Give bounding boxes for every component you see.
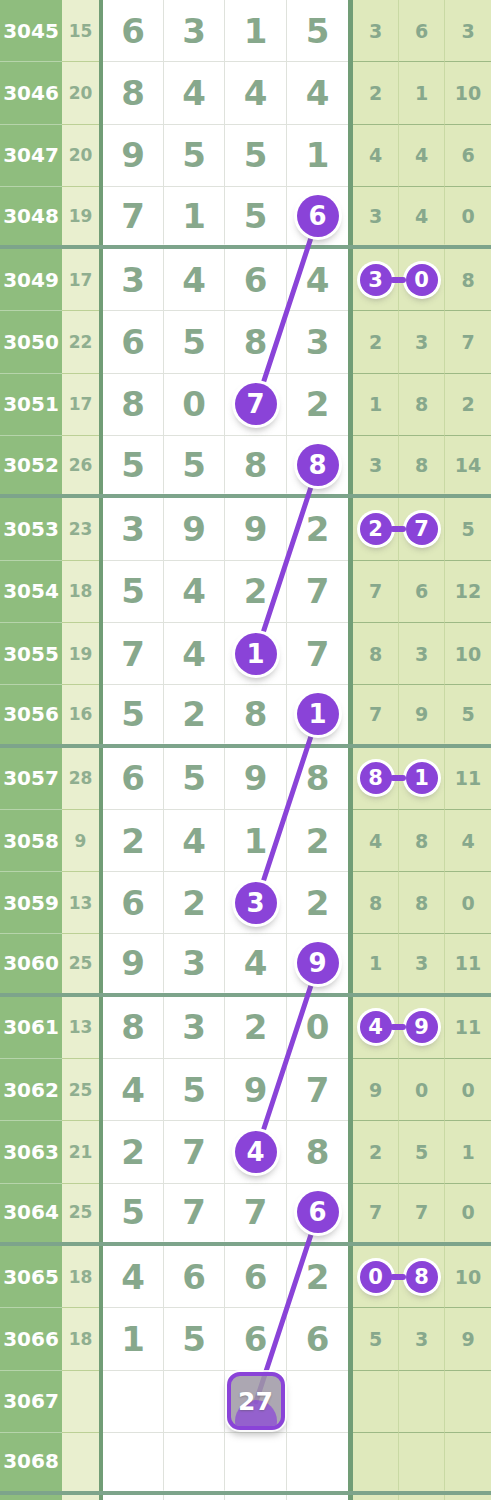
digit-cell: 9 — [225, 1059, 287, 1121]
period-cell — [0, 1495, 62, 1500]
highlight-circle: 9 — [297, 942, 339, 984]
digit-cell: 9 — [287, 934, 348, 992]
digit-cell: 2 — [164, 685, 225, 743]
table-row: 30602593491311 — [0, 934, 491, 996]
stat-cell: 5 — [445, 685, 491, 743]
stat-cell: 0 — [445, 187, 491, 245]
sum-cell — [62, 1433, 99, 1491]
table-row: 3050226583237 — [0, 311, 491, 373]
pair-circle: 0 — [406, 264, 438, 296]
digit-cell: 3 — [287, 311, 348, 373]
digit-cell: 2 — [287, 374, 348, 436]
table-row: 305892412484 — [0, 810, 491, 872]
table-row: 3049173464308 — [0, 249, 491, 311]
stat-cell: 4 — [399, 125, 445, 187]
digit-cell: 4 — [225, 1121, 287, 1183]
stat-cell: 8 — [399, 374, 445, 436]
table-row: 3053233992275 — [0, 498, 491, 560]
stat-cell: 8 — [353, 623, 399, 685]
period-cell: 3051 — [0, 374, 62, 436]
stat-cell: 11 — [445, 997, 491, 1059]
table-row: 3066181566539 — [0, 1308, 491, 1370]
table-row: 3048197156340 — [0, 187, 491, 249]
digit-cell: 9 — [225, 498, 287, 560]
stat-cell: 9 — [445, 1308, 491, 1370]
digit-cell: 7 — [225, 374, 287, 436]
digit-cell: 6 — [225, 1246, 287, 1308]
period-cell: 3048 — [0, 187, 62, 245]
pair-circle: 8 — [406, 1261, 438, 1293]
stat-cell: 11 — [445, 748, 491, 810]
sum-cell: 21 — [62, 1121, 99, 1183]
period-cell: 3055 — [0, 623, 62, 685]
period-cell: 3064 — [0, 1184, 62, 1242]
digit-cell: 4 — [287, 249, 348, 311]
digit-cell: 1 — [103, 1308, 164, 1370]
stat-cell: 14 — [445, 436, 491, 494]
pair-circle: 0 — [360, 1261, 392, 1293]
stat-cell: 7 — [399, 1184, 445, 1242]
digit-cell: 2 — [103, 1121, 164, 1183]
stat-cell: 4 — [353, 997, 399, 1059]
highlight-circle: 6 — [297, 195, 339, 237]
digit-cell: 8 — [287, 748, 348, 810]
digit-cell: 8 — [225, 685, 287, 743]
stat-cell: 7 — [445, 311, 491, 373]
highlight-circle: 6 — [297, 1191, 339, 1233]
sum-cell: 28 — [62, 748, 99, 810]
period-cell: 3050 — [0, 311, 62, 373]
stat-cell: 0 — [353, 1246, 399, 1308]
stat-cell: 8 — [399, 810, 445, 872]
stat-cell: 10 — [445, 62, 491, 124]
digit-cell: 6 — [287, 1184, 348, 1242]
digit-cell: 6 — [103, 748, 164, 810]
digit-cell: 27 — [225, 1371, 287, 1433]
digit-cell: 2 — [287, 1246, 348, 1308]
stat-cell: 8 — [353, 872, 399, 934]
digit-cell: 5 — [164, 311, 225, 373]
period-cell: 3045 — [0, 0, 62, 62]
stat-cell — [445, 1495, 491, 1500]
table-row: 30522655883814 — [0, 436, 491, 498]
digit-cell: 3 — [164, 934, 225, 992]
stat-cell: 4 — [353, 810, 399, 872]
digit-cell: 3 — [103, 249, 164, 311]
stat-cell: 2 — [353, 62, 399, 124]
digit-cell: 6 — [103, 0, 164, 62]
sum-cell: 15 — [62, 0, 99, 62]
pair-circle: 7 — [406, 513, 438, 545]
digit-cell: 8 — [103, 62, 164, 124]
digit-cell: 5 — [287, 0, 348, 62]
stat-cell: 3 — [353, 187, 399, 245]
digit-cell — [164, 1433, 225, 1491]
digit-cell: 9 — [103, 125, 164, 187]
table-row: 3051178072182 — [0, 374, 491, 436]
period-cell: 3060 — [0, 934, 62, 992]
pair-circle: 2 — [360, 513, 392, 545]
period-cell: 3068 — [0, 1433, 62, 1491]
digit-cell — [103, 1495, 164, 1500]
digit-cell: 0 — [287, 997, 348, 1059]
stat-cell: 0 — [445, 1059, 491, 1121]
digit-cell: 3 — [225, 872, 287, 934]
period-cell: 3052 — [0, 436, 62, 494]
period-cell: 3053 — [0, 498, 62, 560]
digit-cell: 2 — [287, 872, 348, 934]
digit-cell: 6 — [103, 872, 164, 934]
digit-cell: 1 — [225, 810, 287, 872]
digit-cell: 4 — [225, 934, 287, 992]
table-row: 3068 — [0, 1433, 491, 1495]
stat-cell: 0 — [399, 1059, 445, 1121]
digit-cell: 4 — [287, 62, 348, 124]
table-row: 30541854277612 — [0, 561, 491, 623]
stat-cell: 3 — [353, 0, 399, 62]
sum-cell: 17 — [62, 249, 99, 311]
digit-cell: 4 — [164, 623, 225, 685]
stat-cell: 7 — [353, 1184, 399, 1242]
pair-dash — [390, 1274, 406, 1280]
digit-cell: 4 — [225, 62, 287, 124]
table-row: 30651846620810 — [0, 1246, 491, 1308]
sum-cell: 16 — [62, 685, 99, 743]
digit-cell: 1 — [287, 125, 348, 187]
digit-cell: 5 — [164, 125, 225, 187]
sum-cell — [62, 1371, 99, 1433]
digit-cell — [287, 1495, 348, 1500]
stat-cell: 9 — [353, 1059, 399, 1121]
period-cell: 3054 — [0, 561, 62, 623]
digit-cell: 6 — [287, 187, 348, 245]
digit-cell: 4 — [103, 1059, 164, 1121]
table-row: 30572865988111 — [0, 748, 491, 810]
digit-cell: 8 — [225, 311, 287, 373]
stat-cell: 6 — [399, 0, 445, 62]
trend-rows: 3045156315363304620844421103047209551446… — [0, 0, 491, 1500]
table-row: 3059136232880 — [0, 872, 491, 934]
digit-cell: 2 — [225, 997, 287, 1059]
digit-cell: 4 — [164, 561, 225, 623]
highlight-circle: 1 — [235, 633, 277, 675]
highlight-circle: 7 — [235, 383, 277, 425]
digit-cell: 3 — [103, 498, 164, 560]
digit-cell: 8 — [103, 997, 164, 1059]
lottery-trend-chart: 3045156315363304620844421103047209551446… — [0, 0, 491, 1500]
table-row: 3056165281795 — [0, 685, 491, 747]
stat-cell — [353, 1433, 399, 1491]
digit-cell: 5 — [225, 187, 287, 245]
period-cell: 3049 — [0, 249, 62, 311]
sum-cell: 22 — [62, 311, 99, 373]
stat-cell: 9 — [399, 997, 445, 1059]
digit-cell: 9 — [103, 934, 164, 992]
digit-cell: 1 — [225, 0, 287, 62]
stat-cell: 4 — [353, 125, 399, 187]
stat-cell: 5 — [445, 498, 491, 560]
digit-cell: 9 — [225, 748, 287, 810]
sum-cell: 25 — [62, 934, 99, 992]
digit-cell: 5 — [164, 1059, 225, 1121]
stat-cell: 8 — [445, 249, 491, 311]
period-cell: 3047 — [0, 125, 62, 187]
digit-cell: 1 — [225, 623, 287, 685]
stat-cell: 2 — [353, 1121, 399, 1183]
period-cell: 3046 — [0, 62, 62, 124]
sum-cell: 9 — [62, 810, 99, 872]
prediction-value: 27 — [238, 1387, 273, 1416]
stat-cell: 4 — [399, 187, 445, 245]
stat-cell — [399, 1433, 445, 1491]
digit-cell: 4 — [164, 249, 225, 311]
sum-cell — [62, 1495, 99, 1500]
prediction-badge: 27 — [227, 1372, 285, 1430]
stat-cell: 3 — [445, 0, 491, 62]
period-cell: 3062 — [0, 1059, 62, 1121]
digit-cell: 3 — [164, 997, 225, 1059]
stat-cell: 6 — [399, 561, 445, 623]
digit-cell: 5 — [225, 125, 287, 187]
digit-cell: 8 — [103, 374, 164, 436]
highlight-circle: 8 — [297, 444, 339, 486]
digit-cell: 7 — [287, 1059, 348, 1121]
digit-cell: 5 — [164, 436, 225, 494]
digit-cell: 6 — [287, 1308, 348, 1370]
digit-cell: 6 — [164, 1246, 225, 1308]
table-row: 3064255776770 — [0, 1184, 491, 1246]
digit-cell: 8 — [287, 1121, 348, 1183]
digit-cell: 2 — [164, 872, 225, 934]
sum-cell: 23 — [62, 498, 99, 560]
highlight-circle: 1 — [297, 693, 339, 735]
sum-cell: 25 — [62, 1184, 99, 1242]
sum-cell: 13 — [62, 997, 99, 1059]
digit-cell: 9 — [164, 498, 225, 560]
pair-dash — [390, 277, 406, 283]
stat-cell: 2 — [353, 311, 399, 373]
pair-dash — [390, 775, 406, 781]
stat-cell: 3 — [353, 436, 399, 494]
pair-circle: 8 — [360, 762, 392, 794]
digit-cell: 4 — [103, 1246, 164, 1308]
digit-cell — [287, 1371, 348, 1433]
period-cell: 3057 — [0, 748, 62, 810]
digit-cell: 5 — [164, 748, 225, 810]
digit-cell: 0 — [164, 374, 225, 436]
period-cell: 3061 — [0, 997, 62, 1059]
sum-cell: 20 — [62, 62, 99, 124]
digit-cell: 8 — [287, 436, 348, 494]
sum-cell: 25 — [62, 1059, 99, 1121]
sum-cell: 18 — [62, 561, 99, 623]
table-row: 30611383204911 — [0, 997, 491, 1059]
stat-cell: 5 — [353, 1308, 399, 1370]
digit-cell: 2 — [103, 810, 164, 872]
digit-cell: 7 — [103, 623, 164, 685]
stat-cell: 11 — [445, 934, 491, 992]
stat-cell — [353, 1495, 399, 1500]
digit-cell — [103, 1371, 164, 1433]
sum-cell: 20 — [62, 125, 99, 187]
stat-cell — [399, 1495, 445, 1500]
stat-cell: 1 — [445, 1121, 491, 1183]
period-cell: 3063 — [0, 1121, 62, 1183]
digit-cell: 8 — [225, 436, 287, 494]
stat-cell: 3 — [353, 249, 399, 311]
pair-circle: 3 — [360, 264, 392, 296]
digit-cell: 7 — [103, 187, 164, 245]
digit-cell: 4 — [164, 62, 225, 124]
stat-cell: 10 — [445, 1246, 491, 1308]
sum-cell: 13 — [62, 872, 99, 934]
digit-cell — [164, 1495, 225, 1500]
digit-cell: 7 — [287, 623, 348, 685]
pair-circle: 4 — [360, 1011, 392, 1043]
digit-cell: 4 — [164, 810, 225, 872]
sum-cell: 19 — [62, 623, 99, 685]
digit-cell: 5 — [103, 1184, 164, 1242]
digit-cell: 1 — [164, 187, 225, 245]
sum-cell: 18 — [62, 1246, 99, 1308]
stat-cell: 4 — [445, 810, 491, 872]
stat-cell: 9 — [399, 685, 445, 743]
digit-cell — [287, 1433, 348, 1491]
digit-cell: 3 — [164, 0, 225, 62]
stat-cell — [445, 1371, 491, 1433]
digit-cell: 6 — [103, 311, 164, 373]
stat-cell: 7 — [353, 561, 399, 623]
digit-cell: 2 — [287, 810, 348, 872]
digit-cell — [103, 1433, 164, 1491]
digit-cell: 7 — [164, 1121, 225, 1183]
pair-circle: 1 — [406, 762, 438, 794]
digit-cell: 2 — [287, 498, 348, 560]
stat-cell: 3 — [399, 1308, 445, 1370]
table-row: 3062254597900 — [0, 1059, 491, 1121]
stat-cell: 8 — [399, 436, 445, 494]
sum-cell: 17 — [62, 374, 99, 436]
stat-cell: 2 — [445, 374, 491, 436]
digit-cell: 7 — [287, 561, 348, 623]
digit-cell: 5 — [103, 436, 164, 494]
digit-cell: 6 — [225, 249, 287, 311]
stat-cell: 3 — [399, 934, 445, 992]
digit-cell: 1 — [287, 685, 348, 743]
table-row: 3063212748251 — [0, 1121, 491, 1183]
stat-cell: 3 — [399, 311, 445, 373]
period-cell: 3056 — [0, 685, 62, 743]
digit-cell — [225, 1433, 287, 1491]
stat-cell: 5 — [399, 1121, 445, 1183]
period-cell: 3065 — [0, 1246, 62, 1308]
digit-cell: 6 — [225, 1308, 287, 1370]
table-row: 3047209551446 — [0, 125, 491, 187]
stat-cell: 0 — [445, 1184, 491, 1242]
stat-cell: 2 — [353, 498, 399, 560]
digit-cell: 5 — [164, 1308, 225, 1370]
stat-cell: 0 — [445, 872, 491, 934]
stat-cell — [399, 1371, 445, 1433]
table-row: 30462084442110 — [0, 62, 491, 124]
pair-dash — [390, 1024, 406, 1030]
digit-cell: 7 — [164, 1184, 225, 1242]
digit-cell: 2 — [225, 561, 287, 623]
digit-cell: 7 — [225, 1184, 287, 1242]
highlight-circle: 3 — [235, 882, 277, 924]
digit-cell: 5 — [103, 685, 164, 743]
stat-cell: 1 — [353, 934, 399, 992]
stat-cell: 7 — [353, 685, 399, 743]
stat-cell: 12 — [445, 561, 491, 623]
stat-cell: 8 — [353, 748, 399, 810]
pair-dash — [390, 526, 406, 532]
period-cell: 3059 — [0, 872, 62, 934]
period-cell: 3058 — [0, 810, 62, 872]
sum-cell: 18 — [62, 1308, 99, 1370]
sum-cell: 26 — [62, 436, 99, 494]
stat-cell: 1 — [353, 374, 399, 436]
highlight-circle: 4 — [235, 1131, 277, 1173]
table-row: 3045156315363 — [0, 0, 491, 62]
pair-circle: 9 — [406, 1011, 438, 1043]
table-row — [0, 1495, 491, 1500]
table-row: 30551974178310 — [0, 623, 491, 685]
digit-cell — [164, 1371, 225, 1433]
stat-cell — [445, 1433, 491, 1491]
period-cell: 3066 — [0, 1308, 62, 1370]
table-row: 306727 — [0, 1371, 491, 1433]
digit-cell — [225, 1495, 287, 1500]
stat-cell: 3 — [399, 623, 445, 685]
stat-cell: 10 — [445, 623, 491, 685]
stat-cell: 8 — [399, 872, 445, 934]
stat-cell: 1 — [399, 62, 445, 124]
sum-cell: 19 — [62, 187, 99, 245]
stat-cell: 6 — [445, 125, 491, 187]
stat-cell — [353, 1371, 399, 1433]
digit-cell: 5 — [103, 561, 164, 623]
period-cell: 3067 — [0, 1371, 62, 1433]
